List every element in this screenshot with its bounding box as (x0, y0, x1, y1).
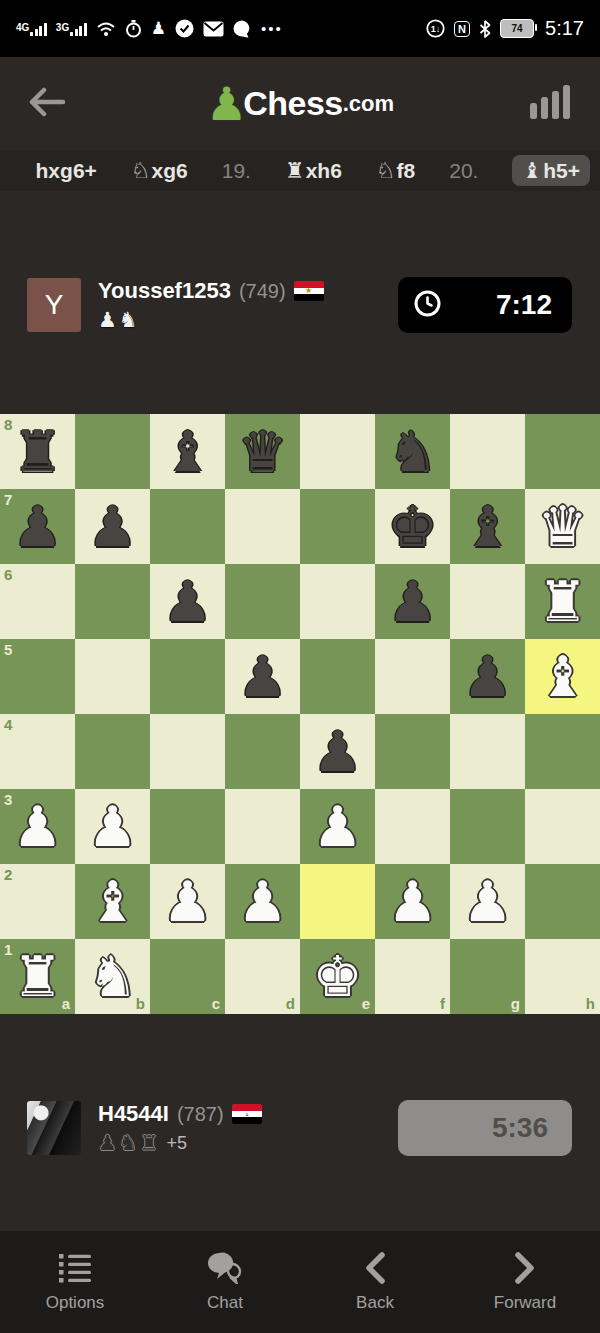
square-c6[interactable]: ♟ (150, 564, 225, 639)
white-pawn-g2[interactable]: ♟ (462, 864, 512, 939)
options-button[interactable]: Options (15, 1251, 135, 1313)
black-queen-d8[interactable]: ♛ (237, 414, 287, 489)
black-pawn-c6[interactable]: ♟ (162, 564, 212, 639)
white-pawn-c2[interactable]: ♟ (162, 864, 212, 939)
square-d8[interactable]: ♛ (225, 414, 300, 489)
square-c8[interactable]: ♝ (150, 414, 225, 489)
clock-icon (414, 290, 441, 321)
forward-label: Forward (494, 1293, 556, 1313)
signal-3g-icon: 3G (56, 22, 87, 36)
player-panel: H4544I (787) ﺪ ♟♞♜ +5 5:36 (0, 1098, 600, 1158)
rook-figurine-icon: ♜ (285, 158, 305, 183)
player-clock: 5:36 (398, 1100, 572, 1156)
square-b6[interactable] (75, 564, 150, 639)
white-rook-a1[interactable]: ♜ (12, 939, 62, 1014)
bottom-nav: Options Chat Back Forward (0, 1231, 600, 1333)
white-pawn-a3[interactable]: ♟ (12, 789, 62, 864)
chess-board[interactable]: 8♜♝♛♞7♟♟♚♝♛6♟♟♜5♟♟♝4♟3♟♟♟2♝♟♟♟♟1a♜b♞cde♚… (0, 414, 600, 1014)
black-pawn-d5[interactable]: ♟ (237, 639, 287, 714)
square-e7[interactable] (300, 489, 375, 564)
move-list-bar[interactable]: .hxg6+♘xg619.♜xh6♘f820.♝h5+ (0, 150, 600, 191)
square-f6[interactable]: ♟ (375, 564, 450, 639)
move-item[interactable]: ♜xh6 (285, 158, 342, 183)
file-label-f: f (440, 996, 445, 1011)
square-g1[interactable]: g (450, 939, 525, 1014)
square-b7[interactable]: ♟ (75, 489, 150, 564)
square-d1[interactable]: d (225, 939, 300, 1014)
rank-label-1: 1 (4, 942, 12, 957)
logo-brand-text: Chess (243, 84, 343, 123)
chat-bubbles-icon (207, 1251, 243, 1285)
chat-button[interactable]: Chat (165, 1251, 285, 1313)
rank-label-8: 8 (4, 417, 12, 432)
square-g2[interactable]: ♟ (450, 864, 525, 939)
square-f1[interactable]: f (375, 939, 450, 1014)
opponent-rating: (749) (239, 280, 286, 303)
captured-knight-icon: ♞ (119, 309, 138, 331)
avatar-letter: Y (45, 289, 64, 321)
square-b8[interactable] (75, 414, 150, 489)
square-d7[interactable] (225, 489, 300, 564)
battery-level: 74 (512, 23, 523, 34)
white-queen-h7[interactable]: ♛ (537, 489, 587, 564)
stopwatch-icon (125, 20, 142, 38)
black-knight-f8[interactable]: ♞ (387, 414, 437, 489)
square-h3[interactable] (525, 789, 600, 864)
move-number: 20. (449, 159, 478, 183)
white-bishop-b2[interactable]: ♝ (87, 864, 137, 939)
black-pawn-g5[interactable]: ♟ (462, 639, 512, 714)
square-a4[interactable]: 4 (0, 714, 75, 789)
more-dots-icon: ••• (261, 24, 283, 34)
player-time: 5:36 (492, 1112, 548, 1144)
egypt-flag-icon: ★ (294, 281, 324, 301)
forward-button[interactable]: Forward (465, 1251, 585, 1313)
player-avatar[interactable] (27, 1101, 81, 1155)
options-list-icon (59, 1251, 91, 1285)
file-label-h: h (586, 996, 595, 1011)
square-b3[interactable]: ♟ (75, 789, 150, 864)
square-g4[interactable] (450, 714, 525, 789)
status-time: 5:17 (545, 17, 584, 40)
rank-label-7: 7 (4, 492, 12, 507)
square-b5[interactable] (75, 639, 150, 714)
rank-label-6: 6 (4, 567, 12, 582)
square-g6[interactable] (450, 564, 525, 639)
square-f4[interactable] (375, 714, 450, 789)
square-g5[interactable]: ♟ (450, 639, 525, 714)
status-bar: 4G 3G ♟ ••• 1↓ N 74 5 (0, 0, 600, 57)
file-label-g: g (511, 996, 520, 1011)
square-a3[interactable]: 3♟ (0, 789, 75, 864)
square-c2[interactable]: ♟ (150, 864, 225, 939)
square-e6[interactable] (300, 564, 375, 639)
move-number: 19. (222, 159, 251, 183)
square-d2[interactable]: ♟ (225, 864, 300, 939)
check-circle-icon (175, 19, 194, 38)
square-b2[interactable]: ♝ (75, 864, 150, 939)
bishop-figurine-icon: ♝ (522, 158, 542, 183)
square-e3[interactable]: ♟ (300, 789, 375, 864)
square-b4[interactable] (75, 714, 150, 789)
rank-label-5: 5 (4, 642, 12, 657)
player-rating: (787) (177, 1103, 224, 1126)
captured-pawn-icon: ♟ (98, 309, 117, 331)
black-pawn-a7[interactable]: ♟ (12, 489, 62, 564)
player-captured-pieces: ♟♞♜ +5 (98, 1131, 262, 1155)
black-pawn-e4[interactable]: ♟ (312, 714, 362, 789)
rank-label-3: 3 (4, 792, 12, 807)
svg-text:1↓: 1↓ (431, 24, 441, 34)
square-h8[interactable] (525, 414, 600, 489)
white-pawn-f2[interactable]: ♟ (387, 864, 437, 939)
captured-knight-icon: ♞ (119, 1132, 138, 1154)
move-fragment: . (0, 159, 2, 182)
square-g8[interactable] (450, 414, 525, 489)
square-h1[interactable]: h (525, 939, 600, 1014)
current-move-pill[interactable]: ♝h5+ (512, 155, 590, 186)
white-bishop-h5[interactable]: ♝ (537, 639, 587, 714)
opponent-time: 7:12 (496, 289, 552, 321)
rank-label-2: 2 (4, 867, 12, 882)
back-label: Back (356, 1293, 394, 1313)
square-c4[interactable] (150, 714, 225, 789)
square-g3[interactable] (450, 789, 525, 864)
chat-label: Chat (207, 1293, 243, 1313)
square-e1[interactable]: e♚ (300, 939, 375, 1014)
white-king-e1[interactable]: ♚ (312, 939, 362, 1014)
knight-figurine-icon: ♘ (131, 158, 151, 183)
battery-icon: 74 (500, 19, 534, 38)
opponent-panel: Y Youssef1253 (749) ★ ♟♞ 7:12 (0, 272, 600, 338)
square-h2[interactable] (525, 864, 600, 939)
wifi-icon (96, 21, 116, 37)
nfc-icon: N (454, 21, 470, 37)
file-label-c: c (212, 996, 220, 1011)
square-g7[interactable]: ♝ (450, 489, 525, 564)
opponent-name[interactable]: Youssef1253 (98, 278, 231, 304)
app-timer-icon: 1↓ (426, 19, 445, 38)
chat-bubble-icon (233, 20, 252, 38)
square-a6[interactable]: 6 (0, 564, 75, 639)
square-a8[interactable]: 8♜ (0, 414, 75, 489)
square-b1[interactable]: b♞ (75, 939, 150, 1014)
square-e8[interactable] (300, 414, 375, 489)
square-f8[interactable]: ♞ (375, 414, 450, 489)
square-d4[interactable] (225, 714, 300, 789)
move-item[interactable]: hxg6+ (36, 159, 97, 183)
square-c7[interactable] (150, 489, 225, 564)
white-pawn-d2[interactable]: ♟ (237, 864, 287, 939)
square-c3[interactable] (150, 789, 225, 864)
knight-figurine-icon: ♘ (376, 158, 396, 183)
square-d5[interactable]: ♟ (225, 639, 300, 714)
signal-4g-icon: 4G (16, 22, 47, 36)
logo-pawn-icon: ♟ (206, 81, 247, 127)
square-e2[interactable] (300, 864, 375, 939)
stats-bars-icon[interactable] (530, 85, 572, 123)
file-label-b: b (136, 996, 145, 1011)
square-c5[interactable] (150, 639, 225, 714)
square-a5[interactable]: 5 (0, 639, 75, 714)
white-knight-b1[interactable]: ♞ (87, 939, 137, 1014)
square-h5[interactable]: ♝ (525, 639, 600, 714)
square-c1[interactable]: c (150, 939, 225, 1014)
black-pawn-f6[interactable]: ♟ (387, 564, 437, 639)
chevron-left-icon (364, 1251, 386, 1285)
move-item[interactable]: ♘f8 (376, 158, 415, 183)
square-d3[interactable] (225, 789, 300, 864)
square-a1[interactable]: 1a♜ (0, 939, 75, 1014)
logo-brand-suffix: .com (343, 91, 394, 117)
opponent-clock: 7:12 (398, 277, 572, 333)
black-king-f7[interactable]: ♚ (387, 489, 437, 564)
captured-pawn-icon: ♟ (98, 1132, 117, 1154)
white-pawn-e3[interactable]: ♟ (312, 789, 362, 864)
options-label: Options (46, 1293, 105, 1313)
opponent-avatar[interactable]: Y (27, 278, 81, 332)
square-f2[interactable]: ♟ (375, 864, 450, 939)
file-label-d: d (286, 996, 295, 1011)
white-rook-h6[interactable]: ♜ (537, 564, 587, 639)
captured-rook-icon: ♜ (140, 1132, 159, 1154)
player-name[interactable]: H4544I (98, 1101, 169, 1127)
chesscom-logo: ♟ Chess .com (0, 57, 600, 150)
square-a2[interactable]: 2 (0, 864, 75, 939)
move-item[interactable]: ♘xg6 (131, 158, 188, 183)
black-pawn-b7[interactable]: ♟ (87, 489, 137, 564)
chess-pawn-icon: ♟ (151, 20, 166, 37)
square-f5[interactable] (375, 639, 450, 714)
opponent-captured-pieces: ♟♞ (98, 308, 324, 332)
file-label-a: a (62, 996, 70, 1011)
square-h4[interactable] (525, 714, 600, 789)
black-bishop-c8[interactable]: ♝ (162, 414, 212, 489)
square-h6[interactable]: ♜ (525, 564, 600, 639)
back-arrow-icon[interactable] (28, 87, 66, 121)
square-f7[interactable]: ♚ (375, 489, 450, 564)
black-rook-a8[interactable]: ♜ (12, 414, 62, 489)
mail-icon (203, 21, 224, 37)
iraq-flag-icon: ﺪ (232, 1104, 262, 1124)
square-h7[interactable]: ♛ (525, 489, 600, 564)
square-f3[interactable] (375, 789, 450, 864)
black-bishop-g7[interactable]: ♝ (462, 489, 512, 564)
square-a7[interactable]: 7♟ (0, 489, 75, 564)
move-item[interactable]: ♝h5+ (522, 158, 580, 183)
square-e5[interactable] (300, 639, 375, 714)
material-advantage: +5 (166, 1133, 187, 1154)
rank-label-4: 4 (4, 717, 12, 732)
bluetooth-icon (479, 20, 491, 38)
chevron-right-icon (514, 1251, 536, 1285)
back-button[interactable]: Back (315, 1251, 435, 1313)
app-header: ♟ Chess .com (0, 57, 600, 150)
square-e4[interactable]: ♟ (300, 714, 375, 789)
white-pawn-b3[interactable]: ♟ (87, 789, 137, 864)
file-label-e: e (362, 996, 370, 1011)
square-d6[interactable] (225, 564, 300, 639)
